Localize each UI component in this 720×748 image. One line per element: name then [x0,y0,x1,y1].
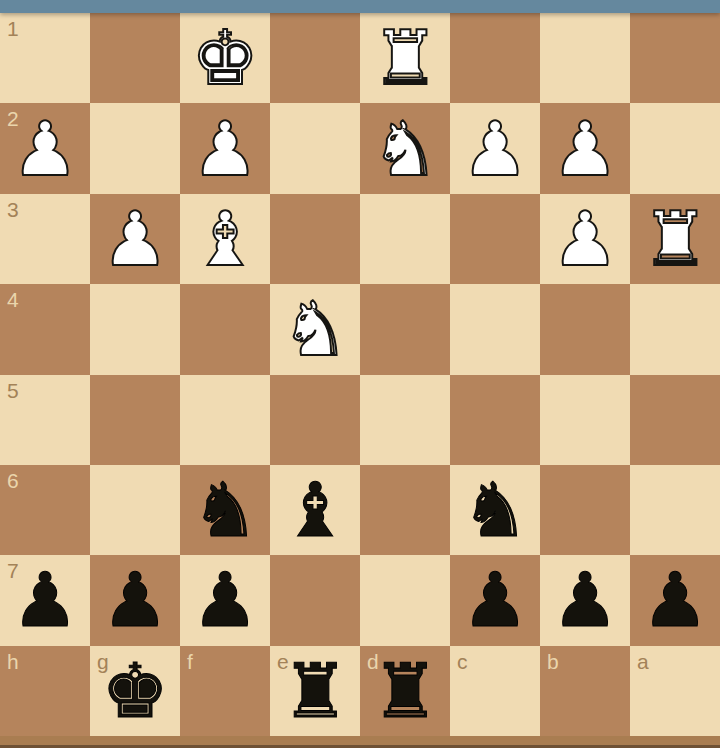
square-a5[interactable] [630,375,720,465]
file-label-a: a [637,651,649,672]
white-king[interactable]: ♚ [191,13,258,103]
square-c4[interactable] [450,284,540,374]
black-pawn[interactable]: ♟ [101,555,168,645]
file-label-g: g [97,651,109,672]
file-label-f: f [187,651,193,672]
square-d3[interactable] [360,194,450,284]
square-f7[interactable]: ♟ [180,555,270,645]
rank-label-2: 2 [7,108,19,129]
white-pawn[interactable]: ♟ [551,194,618,284]
black-knight[interactable]: ♞ [461,465,528,555]
square-f4[interactable] [180,284,270,374]
square-a2[interactable] [630,103,720,193]
square-b5[interactable] [540,375,630,465]
square-c5[interactable] [450,375,540,465]
black-rook[interactable]: ♜ [281,646,348,736]
white-rook[interactable]: ♜ [371,13,438,103]
square-e2[interactable] [270,103,360,193]
rank-label-6: 6 [7,470,19,491]
square-a6[interactable] [630,465,720,555]
top-bar [0,0,720,13]
rank-label-5: 5 [7,380,19,401]
square-b4[interactable] [540,284,630,374]
square-f5[interactable] [180,375,270,465]
rank-label-1: 1 [7,18,19,39]
square-d6[interactable] [360,465,450,555]
square-e1[interactable] [270,13,360,103]
black-knight[interactable]: ♞ [191,465,258,555]
square-b2[interactable]: ♟ [540,103,630,193]
square-c6[interactable]: ♞ [450,465,540,555]
white-pawn[interactable]: ♟ [461,104,528,194]
square-h8[interactable]: h [0,646,90,736]
square-b1[interactable] [540,13,630,103]
white-rook[interactable]: ♜ [641,194,708,284]
black-pawn[interactable]: ♟ [191,555,258,645]
square-f8[interactable]: f [180,646,270,736]
white-pawn[interactable]: ♟ [101,194,168,284]
square-h1[interactable]: 1 [0,13,90,103]
square-a3[interactable]: ♜ [630,194,720,284]
square-f1[interactable]: ♚ [180,13,270,103]
square-b6[interactable] [540,465,630,555]
white-bishop[interactable]: ♝ [191,194,258,284]
file-label-c: c [457,651,468,672]
square-b3[interactable]: ♟ [540,194,630,284]
square-g4[interactable] [90,284,180,374]
square-f3[interactable]: ♝ [180,194,270,284]
square-f6[interactable]: ♞ [180,465,270,555]
black-bishop[interactable]: ♝ [281,465,348,555]
square-d5[interactable] [360,375,450,465]
square-g3[interactable]: ♟ [90,194,180,284]
square-g1[interactable] [90,13,180,103]
file-label-d: d [367,651,379,672]
rank-label-3: 3 [7,199,19,220]
square-d1[interactable]: ♜ [360,13,450,103]
square-h4[interactable]: 4 [0,284,90,374]
white-knight[interactable]: ♞ [371,104,438,194]
square-e5[interactable] [270,375,360,465]
square-a1[interactable] [630,13,720,103]
square-a4[interactable] [630,284,720,374]
chess-board: 1♚♜2♟♟♞♟♟3♟♝♟♜4♞56♞♝♞7♟♟♟♟♟♟hg♚fe♜d♜cba [0,13,720,736]
square-d7[interactable] [360,555,450,645]
square-b7[interactable]: ♟ [540,555,630,645]
square-h2[interactable]: 2♟ [0,103,90,193]
chess-app: 1♚♜2♟♟♞♟♟3♟♝♟♜4♞56♞♝♞7♟♟♟♟♟♟hg♚fe♜d♜cba [0,0,720,748]
white-pawn[interactable]: ♟ [191,104,258,194]
square-f2[interactable]: ♟ [180,103,270,193]
square-e7[interactable] [270,555,360,645]
rank-label-4: 4 [7,289,19,310]
black-pawn[interactable]: ♟ [461,555,528,645]
square-d4[interactable] [360,284,450,374]
square-g5[interactable] [90,375,180,465]
square-c8[interactable]: c [450,646,540,736]
square-g8[interactable]: g♚ [90,646,180,736]
square-c2[interactable]: ♟ [450,103,540,193]
square-h5[interactable]: 5 [0,375,90,465]
square-d8[interactable]: d♜ [360,646,450,736]
square-c3[interactable] [450,194,540,284]
square-g7[interactable]: ♟ [90,555,180,645]
square-e4[interactable]: ♞ [270,284,360,374]
square-g2[interactable] [90,103,180,193]
white-pawn[interactable]: ♟ [551,104,618,194]
square-d2[interactable]: ♞ [360,103,450,193]
black-rook[interactable]: ♜ [371,646,438,736]
square-g6[interactable] [90,465,180,555]
square-c1[interactable] [450,13,540,103]
square-e6[interactable]: ♝ [270,465,360,555]
square-b8[interactable]: b [540,646,630,736]
square-a8[interactable]: a [630,646,720,736]
square-h7[interactable]: 7♟ [0,555,90,645]
rank-label-7: 7 [7,560,19,581]
square-h3[interactable]: 3 [0,194,90,284]
file-label-h: h [7,651,19,672]
bottom-bar [0,736,720,748]
square-h6[interactable]: 6 [0,465,90,555]
white-pawn[interactable]: ♟ [11,104,78,194]
square-c7[interactable]: ♟ [450,555,540,645]
black-pawn[interactable]: ♟ [11,555,78,645]
square-e8[interactable]: e♜ [270,646,360,736]
black-pawn[interactable]: ♟ [641,555,708,645]
square-a7[interactable]: ♟ [630,555,720,645]
file-label-e: e [277,651,289,672]
black-king[interactable]: ♚ [101,646,168,736]
white-knight[interactable]: ♞ [281,284,348,374]
file-label-b: b [547,651,559,672]
black-pawn[interactable]: ♟ [551,555,618,645]
square-e3[interactable] [270,194,360,284]
